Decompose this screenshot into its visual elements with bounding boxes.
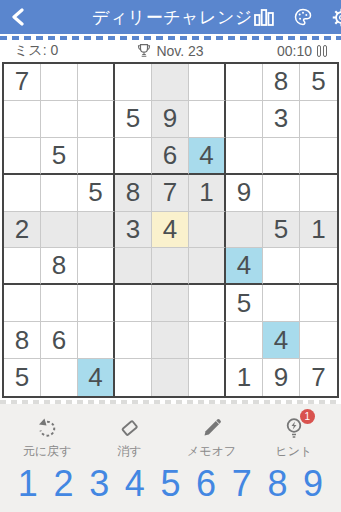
cell-r9c7[interactable]: 1: [226, 359, 263, 396]
cell-r4c3[interactable]: 5: [78, 175, 115, 212]
cell-r2c1[interactable]: [4, 101, 41, 138]
hint-button[interactable]: 1 ヒント: [259, 416, 329, 460]
cell-r5c3[interactable]: [78, 212, 115, 249]
cell-r5c2[interactable]: [41, 212, 78, 249]
cell-r7c4[interactable]: [115, 285, 152, 322]
cell-r1c9[interactable]: 5: [300, 64, 337, 101]
cell-r2c2[interactable]: [41, 101, 78, 138]
cell-r8c6[interactable]: [189, 322, 226, 359]
bottom-panel: 元に戻す 消す メモオフ 1 ヒント 123456789: [0, 400, 341, 512]
numpad-8[interactable]: 8: [267, 464, 287, 504]
numpad-3[interactable]: 3: [89, 464, 109, 504]
cell-r1c3[interactable]: [78, 64, 115, 101]
cell-r1c7[interactable]: [226, 64, 263, 101]
cell-r6c6[interactable]: [189, 248, 226, 285]
cell-r6c1[interactable]: [4, 248, 41, 285]
bar-chart-icon[interactable]: [253, 7, 275, 27]
numpad-9[interactable]: 9: [303, 464, 323, 504]
app-header: ディリーチャレンジ: [0, 0, 341, 34]
cell-r7c6[interactable]: [189, 285, 226, 322]
memo-toggle-button[interactable]: メモオフ: [177, 416, 247, 460]
cell-r7c7[interactable]: 5: [226, 285, 263, 322]
cell-r8c4[interactable]: [115, 322, 152, 359]
back-button[interactable]: [10, 8, 26, 26]
toolbar-label: 消す: [117, 443, 141, 460]
toolbar-label: メモオフ: [187, 443, 236, 460]
undo-icon: [34, 416, 60, 440]
cell-r8c5[interactable]: [152, 322, 189, 359]
numpad-6[interactable]: 6: [196, 464, 216, 504]
cell-r1c1[interactable]: 7: [4, 64, 41, 101]
cell-r2c6[interactable]: [189, 101, 226, 138]
stitched-divider-bottom: [0, 400, 341, 404]
cell-r1c6[interactable]: [189, 64, 226, 101]
cell-r7c1[interactable]: [4, 285, 41, 322]
cell-r9c6[interactable]: [189, 359, 226, 396]
cell-r3c9[interactable]: [300, 138, 337, 175]
cell-r8c1[interactable]: 8: [4, 322, 41, 359]
cell-r6c8[interactable]: [263, 248, 300, 285]
cell-r3c8[interactable]: [263, 138, 300, 175]
number-pad: 123456789: [0, 462, 341, 512]
numpad-7[interactable]: 7: [232, 464, 252, 504]
page-title: ディリーチャレンジ: [92, 6, 253, 29]
hint-badge: 1: [300, 409, 315, 424]
cell-r9c5[interactable]: [152, 359, 189, 396]
palette-icon[interactable]: [292, 7, 314, 27]
cell-r7c9[interactable]: [300, 285, 337, 322]
toolbar-label: ヒント: [275, 443, 312, 460]
status-bar: ミス: 0 Nov. 23 00:10: [0, 40, 341, 62]
cell-r7c5[interactable]: [152, 285, 189, 322]
cell-r9c2[interactable]: [41, 359, 78, 396]
cell-r7c3[interactable]: [78, 285, 115, 322]
cell-r5c9[interactable]: 1: [300, 212, 337, 249]
erase-button[interactable]: 消す: [94, 416, 164, 460]
cell-r5c5[interactable]: 4: [152, 212, 189, 249]
undo-button[interactable]: 元に戻す: [12, 416, 82, 460]
cell-r5c4[interactable]: 3: [115, 212, 152, 249]
cell-r1c8[interactable]: 8: [263, 64, 300, 101]
cell-r2c9[interactable]: [300, 101, 337, 138]
toolbar-label: 元に戻す: [23, 443, 72, 460]
cell-r9c8[interactable]: 9: [263, 359, 300, 396]
cell-r4c1[interactable]: [4, 175, 41, 212]
cell-r1c2[interactable]: [41, 64, 78, 101]
cell-r3c3[interactable]: [78, 138, 115, 175]
cell-r7c2[interactable]: [41, 285, 78, 322]
cell-r5c8[interactable]: 5: [263, 212, 300, 249]
cell-r5c1[interactable]: 2: [4, 212, 41, 249]
cell-r3c1[interactable]: [4, 138, 41, 175]
cell-r6c3[interactable]: [78, 248, 115, 285]
cell-r2c3[interactable]: [78, 101, 115, 138]
cell-r6c2[interactable]: 8: [41, 248, 78, 285]
cell-r2c8[interactable]: 3: [263, 101, 300, 138]
cell-r8c2[interactable]: 6: [41, 322, 78, 359]
cell-r2c4[interactable]: 5: [115, 101, 152, 138]
cell-r3c4[interactable]: [115, 138, 152, 175]
cell-r1c4[interactable]: [115, 64, 152, 101]
numpad-2[interactable]: 2: [53, 464, 73, 504]
cell-r9c3[interactable]: 4: [78, 359, 115, 396]
cell-r3c2[interactable]: 5: [41, 138, 78, 175]
cell-r8c3[interactable]: [78, 322, 115, 359]
cell-r8c9[interactable]: [300, 322, 337, 359]
pencil-icon: [199, 416, 225, 440]
cell-r7c8[interactable]: [263, 285, 300, 322]
cell-r5c7[interactable]: [226, 212, 263, 249]
cell-r8c7[interactable]: [226, 322, 263, 359]
cell-r3c6[interactable]: 4: [189, 138, 226, 175]
trophy-icon: [137, 43, 151, 59]
toolbar: 元に戻す 消す メモオフ 1 ヒント: [0, 406, 341, 462]
cell-r2c5[interactable]: 9: [152, 101, 189, 138]
cell-r4c9[interactable]: [300, 175, 337, 212]
challenge-date[interactable]: Nov. 23: [156, 43, 203, 59]
numpad-1[interactable]: 1: [18, 464, 38, 504]
cell-r6c4[interactable]: [115, 248, 152, 285]
cell-r6c7[interactable]: 4: [226, 248, 263, 285]
cell-r3c5[interactable]: 6: [152, 138, 189, 175]
cell-r5c6[interactable]: [189, 212, 226, 249]
numpad-5[interactable]: 5: [160, 464, 180, 504]
cell-r3c7[interactable]: [226, 138, 263, 175]
cell-r9c9[interactable]: 7: [300, 359, 337, 396]
cell-r1c5[interactable]: [152, 64, 189, 101]
cell-r8c8[interactable]: 4: [263, 322, 300, 359]
cell-r4c2[interactable]: [41, 175, 78, 212]
numpad-4[interactable]: 4: [125, 464, 145, 504]
cell-r4c8[interactable]: [263, 175, 300, 212]
eraser-icon: [116, 416, 142, 440]
cell-r9c1[interactable]: 5: [4, 359, 41, 396]
cell-r4c6[interactable]: 1: [189, 175, 226, 212]
cell-r2c7[interactable]: [226, 101, 263, 138]
cell-r4c5[interactable]: 7: [152, 175, 189, 212]
cell-r6c9[interactable]: [300, 248, 337, 285]
cell-r4c4[interactable]: 8: [115, 175, 152, 212]
gear-icon[interactable]: [331, 7, 341, 28]
cell-r4c7[interactable]: 9: [226, 175, 263, 212]
sudoku-board: 785593564587192345184586454197: [2, 62, 339, 398]
cell-r6c5[interactable]: [152, 248, 189, 285]
back-icon: [10, 8, 26, 26]
cell-r9c4[interactable]: [115, 359, 152, 396]
